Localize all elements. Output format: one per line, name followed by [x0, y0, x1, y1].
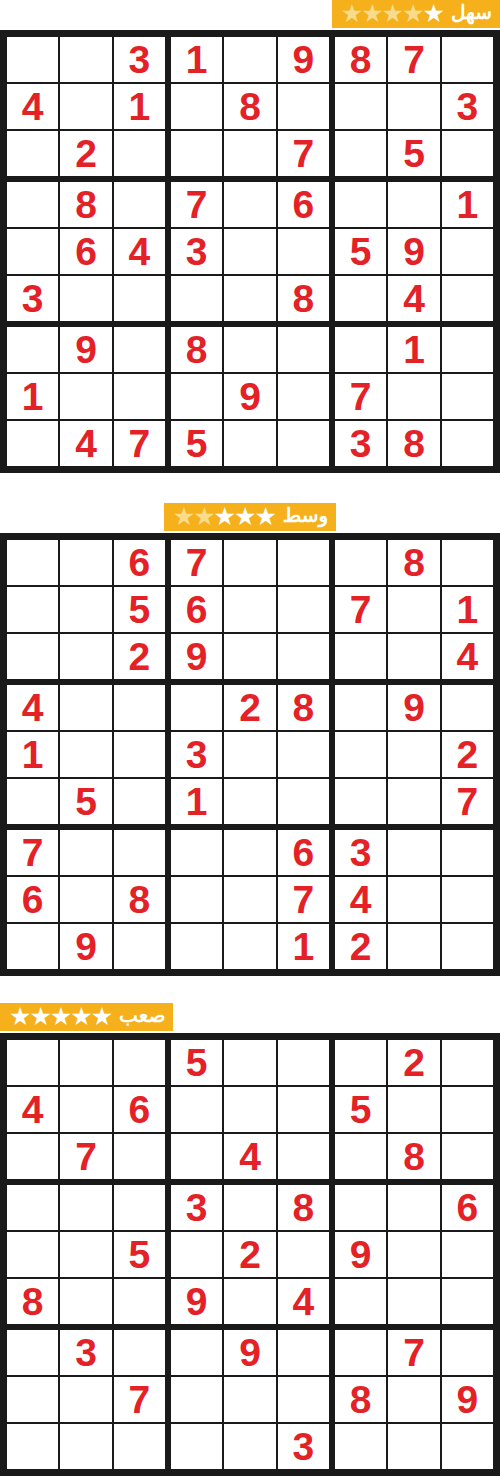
- cell-r9c9[interactable]: [442, 924, 493, 969]
- cell-r1c3[interactable]: 3: [114, 37, 165, 82]
- cell-r4c1[interactable]: 4: [7, 685, 58, 730]
- cell-r6c2[interactable]: [60, 276, 111, 321]
- sudoku-box: 789: [335, 1330, 493, 1469]
- sudoku-box: 415: [7, 685, 165, 824]
- sudoku-box: 2831: [171, 685, 329, 824]
- cell-r8c3[interactable]: 8: [114, 877, 165, 922]
- cell-r4c2[interactable]: [60, 1185, 111, 1230]
- cell-r7c1[interactable]: [7, 1330, 58, 1375]
- cell-r7c5[interactable]: 9: [224, 1330, 275, 1375]
- cell-r8c7[interactable]: 8: [335, 1377, 386, 1422]
- cell-r7c7[interactable]: [335, 1330, 386, 1375]
- cell-r8c2[interactable]: [60, 1377, 111, 1422]
- cell-r5c3[interactable]: 5: [114, 1232, 165, 1277]
- cell-r7c3[interactable]: [114, 830, 165, 875]
- cell-r9c8[interactable]: 8: [388, 421, 439, 466]
- cell-r5c1[interactable]: 1: [7, 732, 58, 777]
- cell-r3c5[interactable]: [224, 634, 275, 679]
- cell-r7c9[interactable]: [442, 1330, 493, 1375]
- difficulty-banner-hard: ★★★★★ صعب: [0, 1003, 173, 1031]
- cell-r9c2[interactable]: 4: [60, 421, 111, 466]
- cell-r2c2[interactable]: [60, 84, 111, 129]
- cell-r2c2[interactable]: [60, 587, 111, 632]
- cell-r5c2[interactable]: [60, 732, 111, 777]
- cell-r7c8[interactable]: 1: [388, 327, 439, 372]
- sudoku-box: 7689: [7, 830, 165, 969]
- cell-r7c8[interactable]: 7: [388, 1330, 439, 1375]
- cell-r1c4[interactable]: 7: [171, 540, 222, 585]
- cell-r7c3[interactable]: [114, 1330, 165, 1375]
- cell-r1c5[interactable]: [224, 540, 275, 585]
- cell-r6c7[interactable]: [335, 1279, 386, 1324]
- cell-r7c3[interactable]: [114, 327, 165, 372]
- cell-r2c5[interactable]: [224, 587, 275, 632]
- cell-r1c3[interactable]: [114, 1040, 165, 1085]
- cell-r7c7[interactable]: [335, 327, 386, 372]
- cell-r1c9[interactable]: [442, 37, 493, 82]
- cell-r5c4[interactable]: [171, 1232, 222, 1277]
- sudoku-box: 895: [171, 327, 329, 466]
- cell-r9c6[interactable]: 1: [278, 924, 329, 969]
- cell-r9c8[interactable]: [388, 924, 439, 969]
- cell-r3c5[interactable]: [224, 131, 275, 176]
- cell-r5c3[interactable]: [114, 732, 165, 777]
- cell-r1c6[interactable]: 9: [278, 37, 329, 82]
- cell-r6c1[interactable]: 3: [7, 276, 58, 321]
- cell-r5c8[interactable]: 9: [388, 229, 439, 274]
- sudoku-box: 7638: [171, 182, 329, 321]
- cell-r9c3[interactable]: [114, 1424, 165, 1469]
- banner-row-medium: ★★★★★ وسط: [0, 503, 500, 531]
- star-empty-icon: ★: [361, 1, 383, 26]
- cell-r2c1[interactable]: [7, 587, 58, 632]
- cell-r6c6[interactable]: 4: [278, 1279, 329, 1324]
- difficulty-label-easy: سهل: [451, 2, 492, 22]
- cell-r7c2[interactable]: 9: [60, 327, 111, 372]
- cell-r7c2[interactable]: [60, 830, 111, 875]
- cell-r2c8[interactable]: [388, 587, 439, 632]
- cell-r2c6[interactable]: [278, 1087, 329, 1132]
- cell-r5c2[interactable]: 6: [60, 229, 111, 274]
- star-rating-easy: ★★★★★: [342, 2, 444, 27]
- cell-r3c6[interactable]: 7: [278, 131, 329, 176]
- cell-r5c5[interactable]: 2: [224, 1232, 275, 1277]
- cell-r7c1[interactable]: 7: [7, 830, 58, 875]
- sudoku-box: 652: [7, 540, 165, 679]
- cell-r6c9[interactable]: 7: [442, 779, 493, 824]
- cell-r9c7[interactable]: [335, 1424, 386, 1469]
- cell-r8c4[interactable]: [171, 877, 222, 922]
- cell-r4c9[interactable]: 6: [442, 1185, 493, 1230]
- sudoku-box: 93: [171, 1330, 329, 1469]
- cell-r1c9[interactable]: [442, 540, 493, 585]
- cell-r2c5[interactable]: 8: [224, 84, 275, 129]
- cell-r8c3[interactable]: 7: [114, 1377, 165, 1422]
- cell-r4c2[interactable]: 8: [60, 182, 111, 227]
- cell-r9c4[interactable]: 5: [171, 421, 222, 466]
- cell-r4c8[interactable]: 9: [388, 685, 439, 730]
- cell-r6c3[interactable]: [114, 276, 165, 321]
- cell-r1c7[interactable]: [335, 540, 386, 585]
- cell-r3c9[interactable]: [442, 131, 493, 176]
- cell-r4c4[interactable]: 3: [171, 1185, 222, 1230]
- cell-r6c2[interactable]: [60, 1279, 111, 1324]
- cell-r7c6[interactable]: [278, 1330, 329, 1375]
- cell-r5c9[interactable]: 2: [442, 732, 493, 777]
- cell-r9c7[interactable]: 3: [335, 421, 386, 466]
- cell-r1c2[interactable]: [60, 37, 111, 82]
- cell-r8c8[interactable]: [388, 374, 439, 419]
- star-filled-icon: ★: [9, 1004, 31, 1029]
- star-filled-icon: ★: [70, 1004, 92, 1029]
- cell-r6c4[interactable]: 1: [171, 779, 222, 824]
- sudoku-box: 8643: [7, 182, 165, 321]
- cell-r1c2[interactable]: [60, 540, 111, 585]
- cell-r2c7[interactable]: 7: [335, 587, 386, 632]
- cell-r6c6[interactable]: [278, 779, 329, 824]
- cell-r8c9[interactable]: [442, 877, 493, 922]
- star-filled-icon: ★: [214, 504, 236, 529]
- sudoku-box: 1594: [335, 182, 493, 321]
- cell-r2c9[interactable]: 1: [442, 587, 493, 632]
- star-empty-icon: ★: [382, 1, 404, 26]
- cell-r1c1[interactable]: [7, 37, 58, 82]
- cell-r8c2[interactable]: [60, 374, 111, 419]
- cell-r2c7[interactable]: [335, 84, 386, 129]
- cell-r1c1[interactable]: [7, 1040, 58, 1085]
- difficulty-banner-easy: ★★★★★ سهل: [332, 0, 500, 28]
- cell-r4c3[interactable]: [114, 685, 165, 730]
- cell-r3c7[interactable]: [335, 634, 386, 679]
- cell-r5c6[interactable]: [278, 1232, 329, 1277]
- cell-r4c6[interactable]: 8: [278, 685, 329, 730]
- cell-r9c9[interactable]: [442, 421, 493, 466]
- cell-r9c4[interactable]: [171, 924, 222, 969]
- cell-r9c1[interactable]: [7, 421, 58, 466]
- cell-r4c6[interactable]: 6: [278, 182, 329, 227]
- cell-r3c6[interactable]: [278, 1134, 329, 1179]
- cell-r8c5[interactable]: [224, 877, 275, 922]
- spacer: [0, 473, 500, 503]
- cell-r6c8[interactable]: [388, 779, 439, 824]
- cell-r2c3[interactable]: 5: [114, 587, 165, 632]
- cell-r6c1[interactable]: [7, 779, 58, 824]
- cell-r6c4[interactable]: [171, 276, 222, 321]
- cell-r4c2[interactable]: [60, 685, 111, 730]
- star-filled-icon: ★: [50, 1004, 72, 1029]
- cell-r2c9[interactable]: 3: [442, 84, 493, 129]
- star-empty-icon: ★: [173, 504, 195, 529]
- star-filled-icon: ★: [91, 1004, 113, 1029]
- cell-r2c5[interactable]: [224, 1087, 275, 1132]
- cell-r5c2[interactable]: [60, 1232, 111, 1277]
- cell-r3c1[interactable]: [7, 634, 58, 679]
- cell-r4c7[interactable]: [335, 685, 386, 730]
- cell-r9c5[interactable]: [224, 924, 275, 969]
- sudoku-box: 58: [7, 1185, 165, 1324]
- sudoku-box: 467: [7, 1040, 165, 1179]
- cell-r3c2[interactable]: 7: [60, 1134, 111, 1179]
- cell-r7c6[interactable]: 6: [278, 830, 329, 875]
- cell-r6c5[interactable]: [224, 276, 275, 321]
- cell-r6c5[interactable]: [224, 1279, 275, 1324]
- cell-r5c5[interactable]: [224, 229, 275, 274]
- cell-r5c7[interactable]: [335, 732, 386, 777]
- cell-r1c9[interactable]: [442, 1040, 493, 1085]
- banner-row-hard: ★★★★★ صعب: [0, 1003, 500, 1031]
- cell-r4c4[interactable]: 7: [171, 182, 222, 227]
- sudoku-box: 927: [335, 685, 493, 824]
- sudoku-box: 38294: [171, 1185, 329, 1324]
- cell-r2c3[interactable]: 1: [114, 84, 165, 129]
- cell-r3c3[interactable]: 2: [114, 634, 165, 679]
- cell-r6c1[interactable]: 8: [7, 1279, 58, 1324]
- cell-r1c8[interactable]: 8: [388, 540, 439, 585]
- cell-r4c9[interactable]: [442, 685, 493, 730]
- cell-r8c1[interactable]: [7, 1377, 58, 1422]
- sudoku-box: 37: [7, 1330, 165, 1469]
- cell-r9c1[interactable]: [7, 924, 58, 969]
- cell-r1c4[interactable]: 1: [171, 37, 222, 82]
- cell-r7c4[interactable]: 8: [171, 327, 222, 372]
- cell-r8c2[interactable]: [60, 877, 111, 922]
- cell-r8c1[interactable]: 1: [7, 374, 58, 419]
- cell-r9c5[interactable]: [224, 1424, 275, 1469]
- star-empty-icon: ★: [341, 1, 363, 26]
- cell-r1c5[interactable]: [224, 1040, 275, 1085]
- cell-r6c9[interactable]: [442, 276, 493, 321]
- cell-r3c1[interactable]: [7, 131, 58, 176]
- cell-r2c4[interactable]: [171, 1087, 222, 1132]
- cell-r7c9[interactable]: [442, 830, 493, 875]
- sudoku-box: 671: [171, 830, 329, 969]
- cell-r6c6[interactable]: 8: [278, 276, 329, 321]
- cell-r3c4[interactable]: [171, 131, 222, 176]
- cell-r6c7[interactable]: [335, 276, 386, 321]
- page: ★★★★★ سهل 341219878735864376381594914789…: [0, 0, 500, 1480]
- cell-r4c5[interactable]: 2: [224, 685, 275, 730]
- cell-r3c8[interactable]: [388, 634, 439, 679]
- cell-r3c3[interactable]: [114, 1134, 165, 1179]
- cell-r5c7[interactable]: 9: [335, 1232, 386, 1277]
- sudoku-box: 769: [171, 540, 329, 679]
- cell-r9c8[interactable]: [388, 1424, 439, 1469]
- cell-r1c2[interactable]: [60, 1040, 111, 1085]
- cell-r1c6[interactable]: [278, 540, 329, 585]
- cell-r2c7[interactable]: 5: [335, 1087, 386, 1132]
- cell-r4c8[interactable]: [388, 1185, 439, 1230]
- sudoku-box: 8714: [335, 540, 493, 679]
- cell-r4c9[interactable]: 1: [442, 182, 493, 227]
- sudoku-box: 9147: [7, 327, 165, 466]
- sudoku-box: 1987: [171, 37, 329, 176]
- cell-r4c7[interactable]: [335, 1185, 386, 1230]
- cell-r4c1[interactable]: [7, 182, 58, 227]
- cell-r2c8[interactable]: [388, 1087, 439, 1132]
- cell-r2c3[interactable]: 6: [114, 1087, 165, 1132]
- cell-r3c7[interactable]: [335, 131, 386, 176]
- cell-r3c5[interactable]: 4: [224, 1134, 275, 1179]
- cell-r3c4[interactable]: [171, 1134, 222, 1179]
- cell-r9c3[interactable]: [114, 924, 165, 969]
- cell-r2c6[interactable]: [278, 587, 329, 632]
- cell-r8c6[interactable]: [278, 1377, 329, 1422]
- cell-r3c6[interactable]: [278, 634, 329, 679]
- sudoku-box: 1738: [335, 327, 493, 466]
- cell-r9c7[interactable]: 2: [335, 924, 386, 969]
- cell-r9c4[interactable]: [171, 1424, 222, 1469]
- cell-r6c9[interactable]: [442, 1279, 493, 1324]
- cell-r4c1[interactable]: [7, 1185, 58, 1230]
- cell-r7c5[interactable]: [224, 830, 275, 875]
- cell-r2c2[interactable]: [60, 1087, 111, 1132]
- cell-r7c4[interactable]: [171, 1330, 222, 1375]
- cell-r6c4[interactable]: 9: [171, 1279, 222, 1324]
- sudoku-grid-easy: 34121987873586437638159491478951738: [0, 30, 500, 473]
- cell-r8c1[interactable]: 6: [7, 877, 58, 922]
- cell-r8c9[interactable]: 9: [442, 1377, 493, 1422]
- cell-r6c8[interactable]: 4: [388, 276, 439, 321]
- cell-r1c3[interactable]: 6: [114, 540, 165, 585]
- cell-r1c8[interactable]: 2: [388, 1040, 439, 1085]
- cell-r8c6[interactable]: [278, 374, 329, 419]
- cell-r2c4[interactable]: [171, 84, 222, 129]
- cell-r7c7[interactable]: 3: [335, 830, 386, 875]
- cell-r5c5[interactable]: [224, 732, 275, 777]
- cell-r3c3[interactable]: [114, 131, 165, 176]
- cell-r9c1[interactable]: [7, 1424, 58, 1469]
- sudoku-box: 342: [335, 830, 493, 969]
- cell-r9c9[interactable]: [442, 1424, 493, 1469]
- difficulty-banner-medium: ★★★★★ وسط: [164, 503, 337, 531]
- cell-r8c7[interactable]: 4: [335, 877, 386, 922]
- cell-r7c1[interactable]: [7, 327, 58, 372]
- difficulty-label-medium: وسط: [283, 505, 328, 525]
- star-filled-icon: ★: [254, 504, 276, 529]
- cell-r8c3[interactable]: [114, 374, 165, 419]
- star-empty-icon: ★: [193, 504, 215, 529]
- difficulty-label-hard: صعب: [119, 1005, 165, 1025]
- sudoku-grid-medium: 652769871441528319277689671342: [0, 533, 500, 976]
- sudoku-box: 258: [335, 1040, 493, 1179]
- cell-r7c5[interactable]: [224, 327, 275, 372]
- cell-r3c4[interactable]: 9: [171, 634, 222, 679]
- cell-r5c4[interactable]: 3: [171, 229, 222, 274]
- cell-r4c7[interactable]: [335, 182, 386, 227]
- cell-r4c8[interactable]: [388, 182, 439, 227]
- cell-r9c6[interactable]: [278, 421, 329, 466]
- cell-r4c5[interactable]: [224, 182, 275, 227]
- cell-r1c6[interactable]: [278, 1040, 329, 1085]
- cell-r4c4[interactable]: [171, 685, 222, 730]
- cell-r9c2[interactable]: 9: [60, 924, 111, 969]
- cell-r2c9[interactable]: [442, 1087, 493, 1132]
- cell-r3c2[interactable]: 2: [60, 131, 111, 176]
- cell-r8c6[interactable]: 7: [278, 877, 329, 922]
- cell-r8c5[interactable]: [224, 1377, 275, 1422]
- sudoku-grid-hard: 467542585838294693793789: [0, 1033, 500, 1476]
- cell-r8c8[interactable]: [388, 1377, 439, 1422]
- cell-r5c8[interactable]: [388, 732, 439, 777]
- cell-r5c1[interactable]: [7, 1232, 58, 1277]
- cell-r8c4[interactable]: [171, 1377, 222, 1422]
- cell-r7c4[interactable]: [171, 830, 222, 875]
- cell-r6c3[interactable]: [114, 1279, 165, 1324]
- cell-r3c9[interactable]: [442, 1134, 493, 1179]
- cell-r3c2[interactable]: [60, 634, 111, 679]
- cell-r1c4[interactable]: 5: [171, 1040, 222, 1085]
- banner-row-easy: ★★★★★ سهل: [0, 0, 500, 28]
- cell-r1c7[interactable]: [335, 1040, 386, 1085]
- star-filled-icon: ★: [234, 504, 256, 529]
- cell-r5c1[interactable]: [7, 229, 58, 274]
- sudoku-box: 8735: [335, 37, 493, 176]
- cell-r7c8[interactable]: [388, 830, 439, 875]
- cell-r4c3[interactable]: [114, 1185, 165, 1230]
- cell-r2c4[interactable]: 6: [171, 587, 222, 632]
- cell-r9c3[interactable]: 7: [114, 421, 165, 466]
- cell-r5c6[interactable]: [278, 732, 329, 777]
- cell-r8c5[interactable]: 9: [224, 374, 275, 419]
- cell-r8c9[interactable]: [442, 374, 493, 419]
- cell-r6c3[interactable]: [114, 779, 165, 824]
- cell-r6c8[interactable]: [388, 1279, 439, 1324]
- star-rating-medium: ★★★★★: [174, 505, 276, 530]
- cell-r9c5[interactable]: [224, 421, 275, 466]
- cell-r3c1[interactable]: [7, 1134, 58, 1179]
- cell-r8c8[interactable]: [388, 877, 439, 922]
- star-empty-icon: ★: [402, 1, 424, 26]
- cell-r5c6[interactable]: [278, 229, 329, 274]
- cell-r1c1[interactable]: [7, 540, 58, 585]
- cell-r4c3[interactable]: [114, 182, 165, 227]
- spacer: [0, 976, 500, 1003]
- cell-r3c8[interactable]: 5: [388, 131, 439, 176]
- cell-r1c5[interactable]: [224, 37, 275, 82]
- cell-r4c6[interactable]: 8: [278, 1185, 329, 1230]
- cell-r5c7[interactable]: 5: [335, 229, 386, 274]
- cell-r5c9[interactable]: [442, 1232, 493, 1277]
- cell-r6c5[interactable]: [224, 779, 275, 824]
- cell-r3c9[interactable]: 4: [442, 634, 493, 679]
- cell-r7c9[interactable]: [442, 327, 493, 372]
- cell-r5c3[interactable]: 4: [114, 229, 165, 274]
- cell-r6c7[interactable]: [335, 779, 386, 824]
- cell-r3c8[interactable]: 8: [388, 1134, 439, 1179]
- cell-r2c1[interactable]: 4: [7, 1087, 58, 1132]
- cell-r7c2[interactable]: 3: [60, 1330, 111, 1375]
- cell-r8c4[interactable]: [171, 374, 222, 419]
- cell-r3c7[interactable]: [335, 1134, 386, 1179]
- cell-r9c6[interactable]: 3: [278, 1424, 329, 1469]
- star-filled-icon: ★: [422, 1, 444, 26]
- cell-r1c8[interactable]: 7: [388, 37, 439, 82]
- cell-r6c2[interactable]: 5: [60, 779, 111, 824]
- cell-r8c7[interactable]: 7: [335, 374, 386, 419]
- cell-r4c5[interactable]: [224, 1185, 275, 1230]
- cell-r2c6[interactable]: [278, 84, 329, 129]
- cell-r2c8[interactable]: [388, 84, 439, 129]
- sudoku-box: 54: [171, 1040, 329, 1179]
- cell-r5c8[interactable]: [388, 1232, 439, 1277]
- cell-r5c9[interactable]: [442, 229, 493, 274]
- cell-r9c2[interactable]: [60, 1424, 111, 1469]
- cell-r1c7[interactable]: 8: [335, 37, 386, 82]
- cell-r2c1[interactable]: 4: [7, 84, 58, 129]
- cell-r5c4[interactable]: 3: [171, 732, 222, 777]
- cell-r7c6[interactable]: [278, 327, 329, 372]
- sudoku-box: 69: [335, 1185, 493, 1324]
